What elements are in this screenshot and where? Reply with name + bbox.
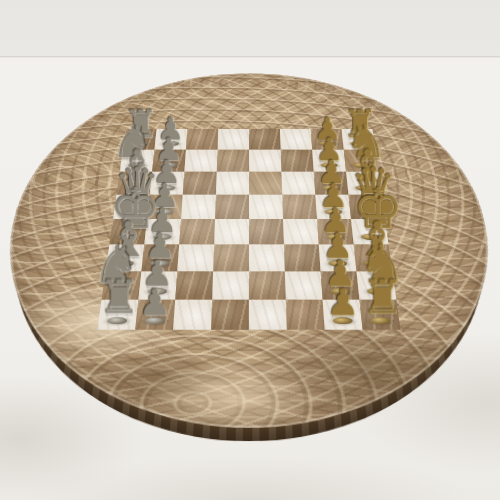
scene: ♜♟♟♜♞♟♟♞♝♟♟♝♛♟♟♛♚♟♟♚♝♟♟♝♞♟♟♞♜♟♟♜ bbox=[0, 0, 500, 500]
square-h8: ♜ bbox=[359, 300, 400, 330]
square-h7: ♟ bbox=[323, 300, 363, 330]
piece-white-rook: ♜ bbox=[98, 275, 136, 321]
square-h1: ♜ bbox=[97, 300, 138, 330]
piece-black-rook: ♜ bbox=[362, 275, 400, 321]
piece-black-pawn: ♟ bbox=[324, 285, 362, 321]
piece-white-pawn: ♟ bbox=[136, 285, 174, 321]
chessboard: ♜♟♟♜♞♟♟♞♝♟♟♝♛♟♟♛♚♟♟♚♝♟♟♝♞♟♟♞♜♟♟♜ bbox=[0, 73, 500, 428]
photo-stage: ♜♟♟♜♞♟♟♞♝♟♟♝♛♟♟♛♚♟♟♚♝♟♟♝♞♟♟♞♜♟♟♜ bbox=[0, 0, 500, 500]
square-h2: ♟ bbox=[135, 300, 175, 330]
